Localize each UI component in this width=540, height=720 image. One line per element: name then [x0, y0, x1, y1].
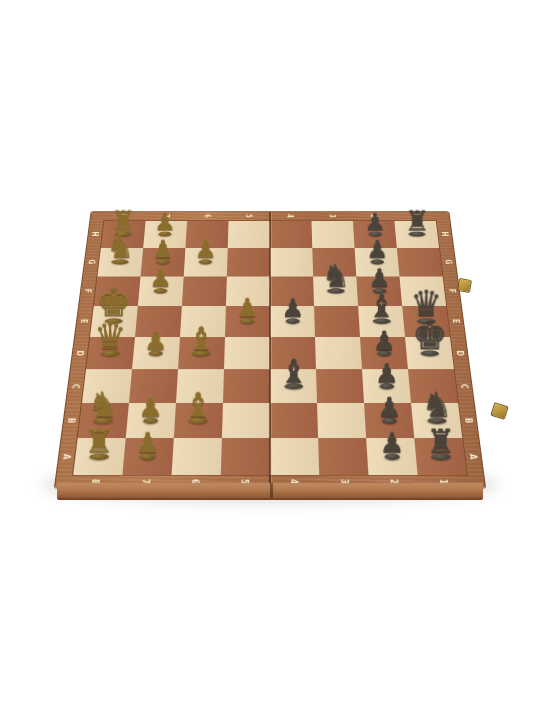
square-f5[interactable] — [226, 277, 270, 307]
square-h8[interactable] — [101, 221, 146, 248]
square-g2[interactable] — [355, 248, 400, 276]
brass-clasp-icon — [490, 402, 509, 420]
gold-pawn-a7[interactable]: ♟ — [122, 399, 174, 457]
gold-rook-a8[interactable]: ♜ — [73, 399, 125, 457]
square-h1[interactable] — [394, 221, 439, 248]
square-b4[interactable] — [270, 403, 318, 438]
chess-board: 8877665544332211HHGGFFEEDDCCBBAA♜♞♚♛♞♜♟♟… — [55, 212, 485, 488]
square-g5[interactable] — [227, 248, 270, 276]
gold-queen-d8[interactable]: ♛ — [86, 298, 135, 353]
square-g7[interactable] — [141, 248, 186, 276]
square-g4[interactable] — [270, 248, 313, 276]
square-d5[interactable] — [224, 337, 270, 369]
box-face-seam — [270, 483, 273, 498]
square-e3[interactable] — [314, 306, 360, 337]
square-h5[interactable] — [228, 221, 270, 248]
square-g6[interactable] — [184, 248, 228, 276]
brass-clasp-icon — [457, 278, 472, 293]
rank-label-far-3: 3 — [311, 213, 353, 220]
gold-pawn-d7[interactable]: ♟ — [131, 298, 180, 353]
square-h4[interactable] — [270, 221, 312, 248]
box-front-face — [57, 483, 483, 500]
bronze-pawn-a2[interactable]: ♟ — [366, 399, 418, 457]
square-h7[interactable] — [143, 221, 187, 248]
square-e5[interactable] — [225, 306, 270, 337]
square-a5[interactable] — [221, 438, 270, 475]
square-a3[interactable] — [318, 438, 368, 475]
square-g8[interactable] — [97, 248, 143, 276]
square-a6[interactable] — [172, 438, 222, 475]
square-g1[interactable] — [397, 248, 443, 276]
square-b5[interactable] — [222, 403, 270, 438]
square-f3[interactable] — [313, 277, 358, 307]
square-d3[interactable] — [315, 337, 362, 369]
rank-label-far-5: 5 — [228, 213, 270, 220]
square-b3[interactable] — [317, 403, 366, 438]
bronze-bishop-c4[interactable]: ♝ — [269, 330, 319, 386]
rank-label-far-4: 4 — [270, 213, 312, 220]
square-g3[interactable] — [312, 248, 356, 276]
product-photo-scene: 8877665544332211HHGGFFEEDDCCBBAA♜♞♚♛♞♜♟♟… — [0, 0, 540, 720]
bronze-king-d1[interactable]: ♚ — [406, 298, 455, 353]
gold-bishop-d6[interactable]: ♝ — [177, 298, 226, 353]
square-h3[interactable] — [311, 221, 354, 248]
square-a4[interactable] — [270, 438, 319, 475]
bronze-rook-a1[interactable]: ♜ — [415, 399, 467, 457]
square-f4[interactable] — [270, 277, 314, 307]
gold-bishop-b6[interactable]: ♝ — [173, 364, 224, 421]
square-h2[interactable] — [353, 221, 397, 248]
square-h6[interactable] — [185, 221, 228, 248]
